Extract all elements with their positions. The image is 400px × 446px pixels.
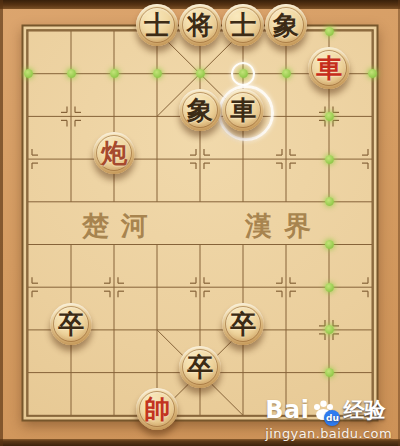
piece-red-帥[interactable]: 帥 <box>136 388 178 430</box>
piece-black-士[interactable]: 士 <box>222 4 264 46</box>
piece-glyph: 炮 <box>101 140 127 166</box>
move-hint-dot[interactable] <box>110 69 119 78</box>
watermark-du-badge: du <box>324 410 340 426</box>
piece-glyph: 将 <box>187 12 213 38</box>
piece-glyph: 車 <box>230 97 256 123</box>
piece-glyph: 士 <box>230 12 256 38</box>
move-hint-dot[interactable] <box>325 325 334 334</box>
piece-glyph: 卒 <box>58 311 84 337</box>
river-label-right: 漢界 <box>218 208 338 244</box>
watermark: Bai du 经验 jingyan.baidu.com <box>265 396 392 441</box>
piece-black-卒[interactable]: 卒 <box>50 303 92 345</box>
river-label-left: 楚河 <box>55 208 175 244</box>
move-hint-dot[interactable] <box>24 69 33 78</box>
piece-black-象[interactable]: 象 <box>265 4 307 46</box>
watermark-suffix-text: 经验 <box>343 396 385 424</box>
piece-glyph: 士 <box>144 12 170 38</box>
move-hint-dot[interactable] <box>368 69 377 78</box>
move-hint-dot[interactable] <box>325 155 334 164</box>
piece-glyph: 車 <box>316 55 342 81</box>
move-hint-dot[interactable] <box>325 240 334 249</box>
piece-black-将[interactable]: 将 <box>179 4 221 46</box>
move-hint-dot[interactable] <box>325 112 334 121</box>
watermark-brand-text: Bai <box>265 396 309 424</box>
piece-glyph: 卒 <box>187 354 213 380</box>
xiangqi-app: 楚河 漢界 士将士象車象車炮卒卒卒帥 Bai du 经验 jingyan.bai… <box>0 0 400 446</box>
move-hint-dot[interactable] <box>325 368 334 377</box>
paw-icon: du <box>311 398 337 424</box>
piece-red-車[interactable]: 車 <box>308 47 350 89</box>
piece-red-炮[interactable]: 炮 <box>93 132 135 174</box>
piece-glyph: 象 <box>273 12 299 38</box>
piece-glyph: 卒 <box>230 311 256 337</box>
piece-glyph: 帥 <box>144 396 170 422</box>
piece-glyph: 象 <box>187 97 213 123</box>
move-hint-dot[interactable] <box>325 197 334 206</box>
move-hint-dot[interactable] <box>153 69 162 78</box>
piece-black-士[interactable]: 士 <box>136 4 178 46</box>
move-hint-dot[interactable] <box>282 69 291 78</box>
move-hint-dot[interactable] <box>239 69 248 78</box>
move-hint-dot[interactable] <box>67 69 76 78</box>
watermark-url: jingyan.baidu.com <box>265 426 392 441</box>
move-hint-dot[interactable] <box>325 27 334 36</box>
move-hint-dot[interactable] <box>325 283 334 292</box>
piece-black-卒[interactable]: 卒 <box>222 303 264 345</box>
piece-black-卒[interactable]: 卒 <box>179 346 221 388</box>
move-hint-dot[interactable] <box>196 69 205 78</box>
